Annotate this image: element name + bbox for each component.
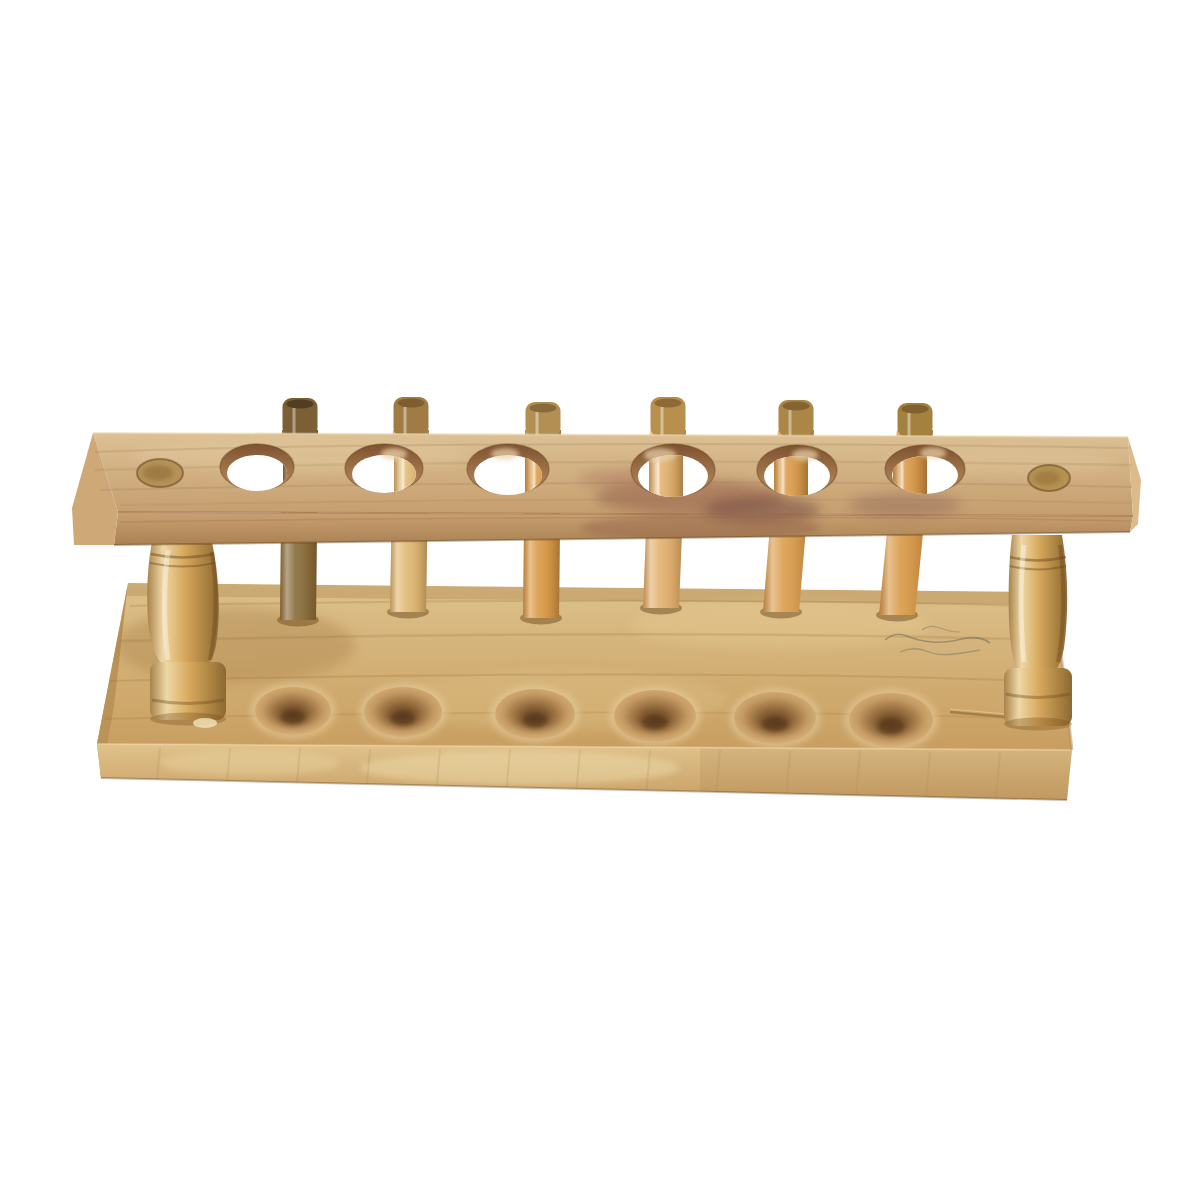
tube-rest-6 — [844, 689, 938, 751]
test-tube-rack-photo — [0, 0, 1200, 1200]
support-post-left — [147, 542, 226, 728]
product-photo-canvas — [0, 0, 1200, 1200]
hole-chip-highlight — [381, 448, 407, 460]
top-board — [72, 433, 1141, 545]
tube-rest-2 — [359, 683, 447, 741]
post-cap-right — [1028, 465, 1070, 491]
tube-rest-5 — [729, 688, 821, 748]
post-cap-left — [137, 459, 183, 487]
glue-residue — [193, 718, 217, 728]
tube-rest-1 — [250, 683, 336, 739]
tube-rest-3 — [490, 685, 580, 743]
support-post-right — [1004, 535, 1072, 731]
base-board — [97, 583, 1072, 804]
post-collar — [150, 662, 226, 720]
tube-rest-4 — [609, 686, 701, 746]
